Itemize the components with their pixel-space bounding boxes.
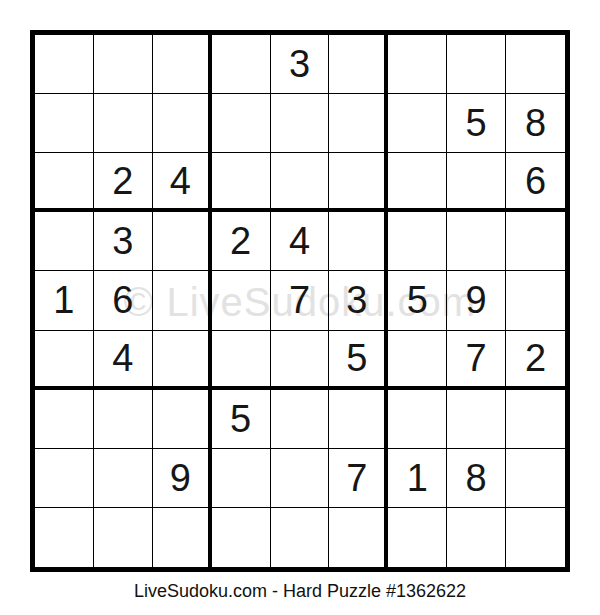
cell-r3c6[interactable] bbox=[329, 153, 388, 212]
cell-r4c2[interactable]: 3 bbox=[94, 212, 153, 271]
cell-r2c4[interactable] bbox=[212, 94, 271, 153]
cell-r5c9[interactable] bbox=[506, 271, 565, 330]
cell-r6c7[interactable] bbox=[388, 331, 447, 390]
cell-r9c8[interactable] bbox=[447, 508, 506, 567]
cell-r8c3[interactable]: 9 bbox=[153, 449, 212, 508]
cell-r1c7[interactable] bbox=[388, 35, 447, 94]
cell-r7c1[interactable] bbox=[35, 390, 94, 449]
sudoku-board: 358246324167359457259718 bbox=[30, 30, 570, 572]
cell-r6c2[interactable]: 4 bbox=[94, 331, 153, 390]
cell-r3c2[interactable]: 2 bbox=[94, 153, 153, 212]
cell-r6c6[interactable]: 5 bbox=[329, 331, 388, 390]
cell-r4c1[interactable] bbox=[35, 212, 94, 271]
cell-r6c5[interactable] bbox=[271, 331, 330, 390]
cell-r4c8[interactable] bbox=[447, 212, 506, 271]
cell-r1c3[interactable] bbox=[153, 35, 212, 94]
cell-r8c8[interactable]: 8 bbox=[447, 449, 506, 508]
cell-r9c3[interactable] bbox=[153, 508, 212, 567]
cell-r3c3[interactable]: 4 bbox=[153, 153, 212, 212]
cell-r8c2[interactable] bbox=[94, 449, 153, 508]
cell-r4c7[interactable] bbox=[388, 212, 447, 271]
cell-r5c4[interactable] bbox=[212, 271, 271, 330]
cell-r9c4[interactable] bbox=[212, 508, 271, 567]
cell-r7c7[interactable] bbox=[388, 390, 447, 449]
cell-r9c6[interactable] bbox=[329, 508, 388, 567]
cell-r5c8[interactable]: 9 bbox=[447, 271, 506, 330]
cell-r9c7[interactable] bbox=[388, 508, 447, 567]
puzzle-caption: LiveSudoku.com - Hard Puzzle #1362622 bbox=[0, 581, 600, 602]
cell-r2c9[interactable]: 8 bbox=[506, 94, 565, 153]
cell-r5c7[interactable]: 5 bbox=[388, 271, 447, 330]
cell-r5c5[interactable]: 7 bbox=[271, 271, 330, 330]
cell-r1c2[interactable] bbox=[94, 35, 153, 94]
cell-r8c4[interactable] bbox=[212, 449, 271, 508]
cell-r7c9[interactable] bbox=[506, 390, 565, 449]
cell-r3c8[interactable] bbox=[447, 153, 506, 212]
cell-r9c2[interactable] bbox=[94, 508, 153, 567]
cell-r5c3[interactable] bbox=[153, 271, 212, 330]
cell-r5c6[interactable]: 3 bbox=[329, 271, 388, 330]
cell-r5c1[interactable]: 1 bbox=[35, 271, 94, 330]
cell-r4c9[interactable] bbox=[506, 212, 565, 271]
cell-r7c2[interactable] bbox=[94, 390, 153, 449]
cell-r2c5[interactable] bbox=[271, 94, 330, 153]
cell-r2c7[interactable] bbox=[388, 94, 447, 153]
cell-r6c3[interactable] bbox=[153, 331, 212, 390]
cell-r9c5[interactable] bbox=[271, 508, 330, 567]
cell-r4c5[interactable]: 4 bbox=[271, 212, 330, 271]
cell-r1c8[interactable] bbox=[447, 35, 506, 94]
cell-r2c2[interactable] bbox=[94, 94, 153, 153]
cell-r3c1[interactable] bbox=[35, 153, 94, 212]
cell-r2c6[interactable] bbox=[329, 94, 388, 153]
cell-r6c4[interactable] bbox=[212, 331, 271, 390]
cell-r9c9[interactable] bbox=[506, 508, 565, 567]
cell-r8c5[interactable] bbox=[271, 449, 330, 508]
cell-r7c5[interactable] bbox=[271, 390, 330, 449]
cell-r8c1[interactable] bbox=[35, 449, 94, 508]
cell-r4c6[interactable] bbox=[329, 212, 388, 271]
cell-r6c9[interactable]: 2 bbox=[506, 331, 565, 390]
cell-r3c5[interactable] bbox=[271, 153, 330, 212]
cell-r2c8[interactable]: 5 bbox=[447, 94, 506, 153]
cell-r7c4[interactable]: 5 bbox=[212, 390, 271, 449]
cell-r1c4[interactable] bbox=[212, 35, 271, 94]
cell-r8c6[interactable]: 7 bbox=[329, 449, 388, 508]
cell-r2c1[interactable] bbox=[35, 94, 94, 153]
cell-r3c9[interactable]: 6 bbox=[506, 153, 565, 212]
cell-r3c7[interactable] bbox=[388, 153, 447, 212]
cell-r3c4[interactable] bbox=[212, 153, 271, 212]
cell-r1c6[interactable] bbox=[329, 35, 388, 94]
cell-r1c9[interactable] bbox=[506, 35, 565, 94]
cell-r8c9[interactable] bbox=[506, 449, 565, 508]
cell-r2c3[interactable] bbox=[153, 94, 212, 153]
cell-r4c3[interactable] bbox=[153, 212, 212, 271]
puzzle-page: © LiveSudoku.com 35824632416735945725971… bbox=[0, 0, 600, 615]
cell-r7c6[interactable] bbox=[329, 390, 388, 449]
cell-r8c7[interactable]: 1 bbox=[388, 449, 447, 508]
cell-r7c8[interactable] bbox=[447, 390, 506, 449]
cell-r9c1[interactable] bbox=[35, 508, 94, 567]
cell-r7c3[interactable] bbox=[153, 390, 212, 449]
cell-r6c1[interactable] bbox=[35, 331, 94, 390]
cell-r6c8[interactable]: 7 bbox=[447, 331, 506, 390]
cell-r1c1[interactable] bbox=[35, 35, 94, 94]
cell-r4c4[interactable]: 2 bbox=[212, 212, 271, 271]
cell-r1c5[interactable]: 3 bbox=[271, 35, 330, 94]
cell-r5c2[interactable]: 6 bbox=[94, 271, 153, 330]
